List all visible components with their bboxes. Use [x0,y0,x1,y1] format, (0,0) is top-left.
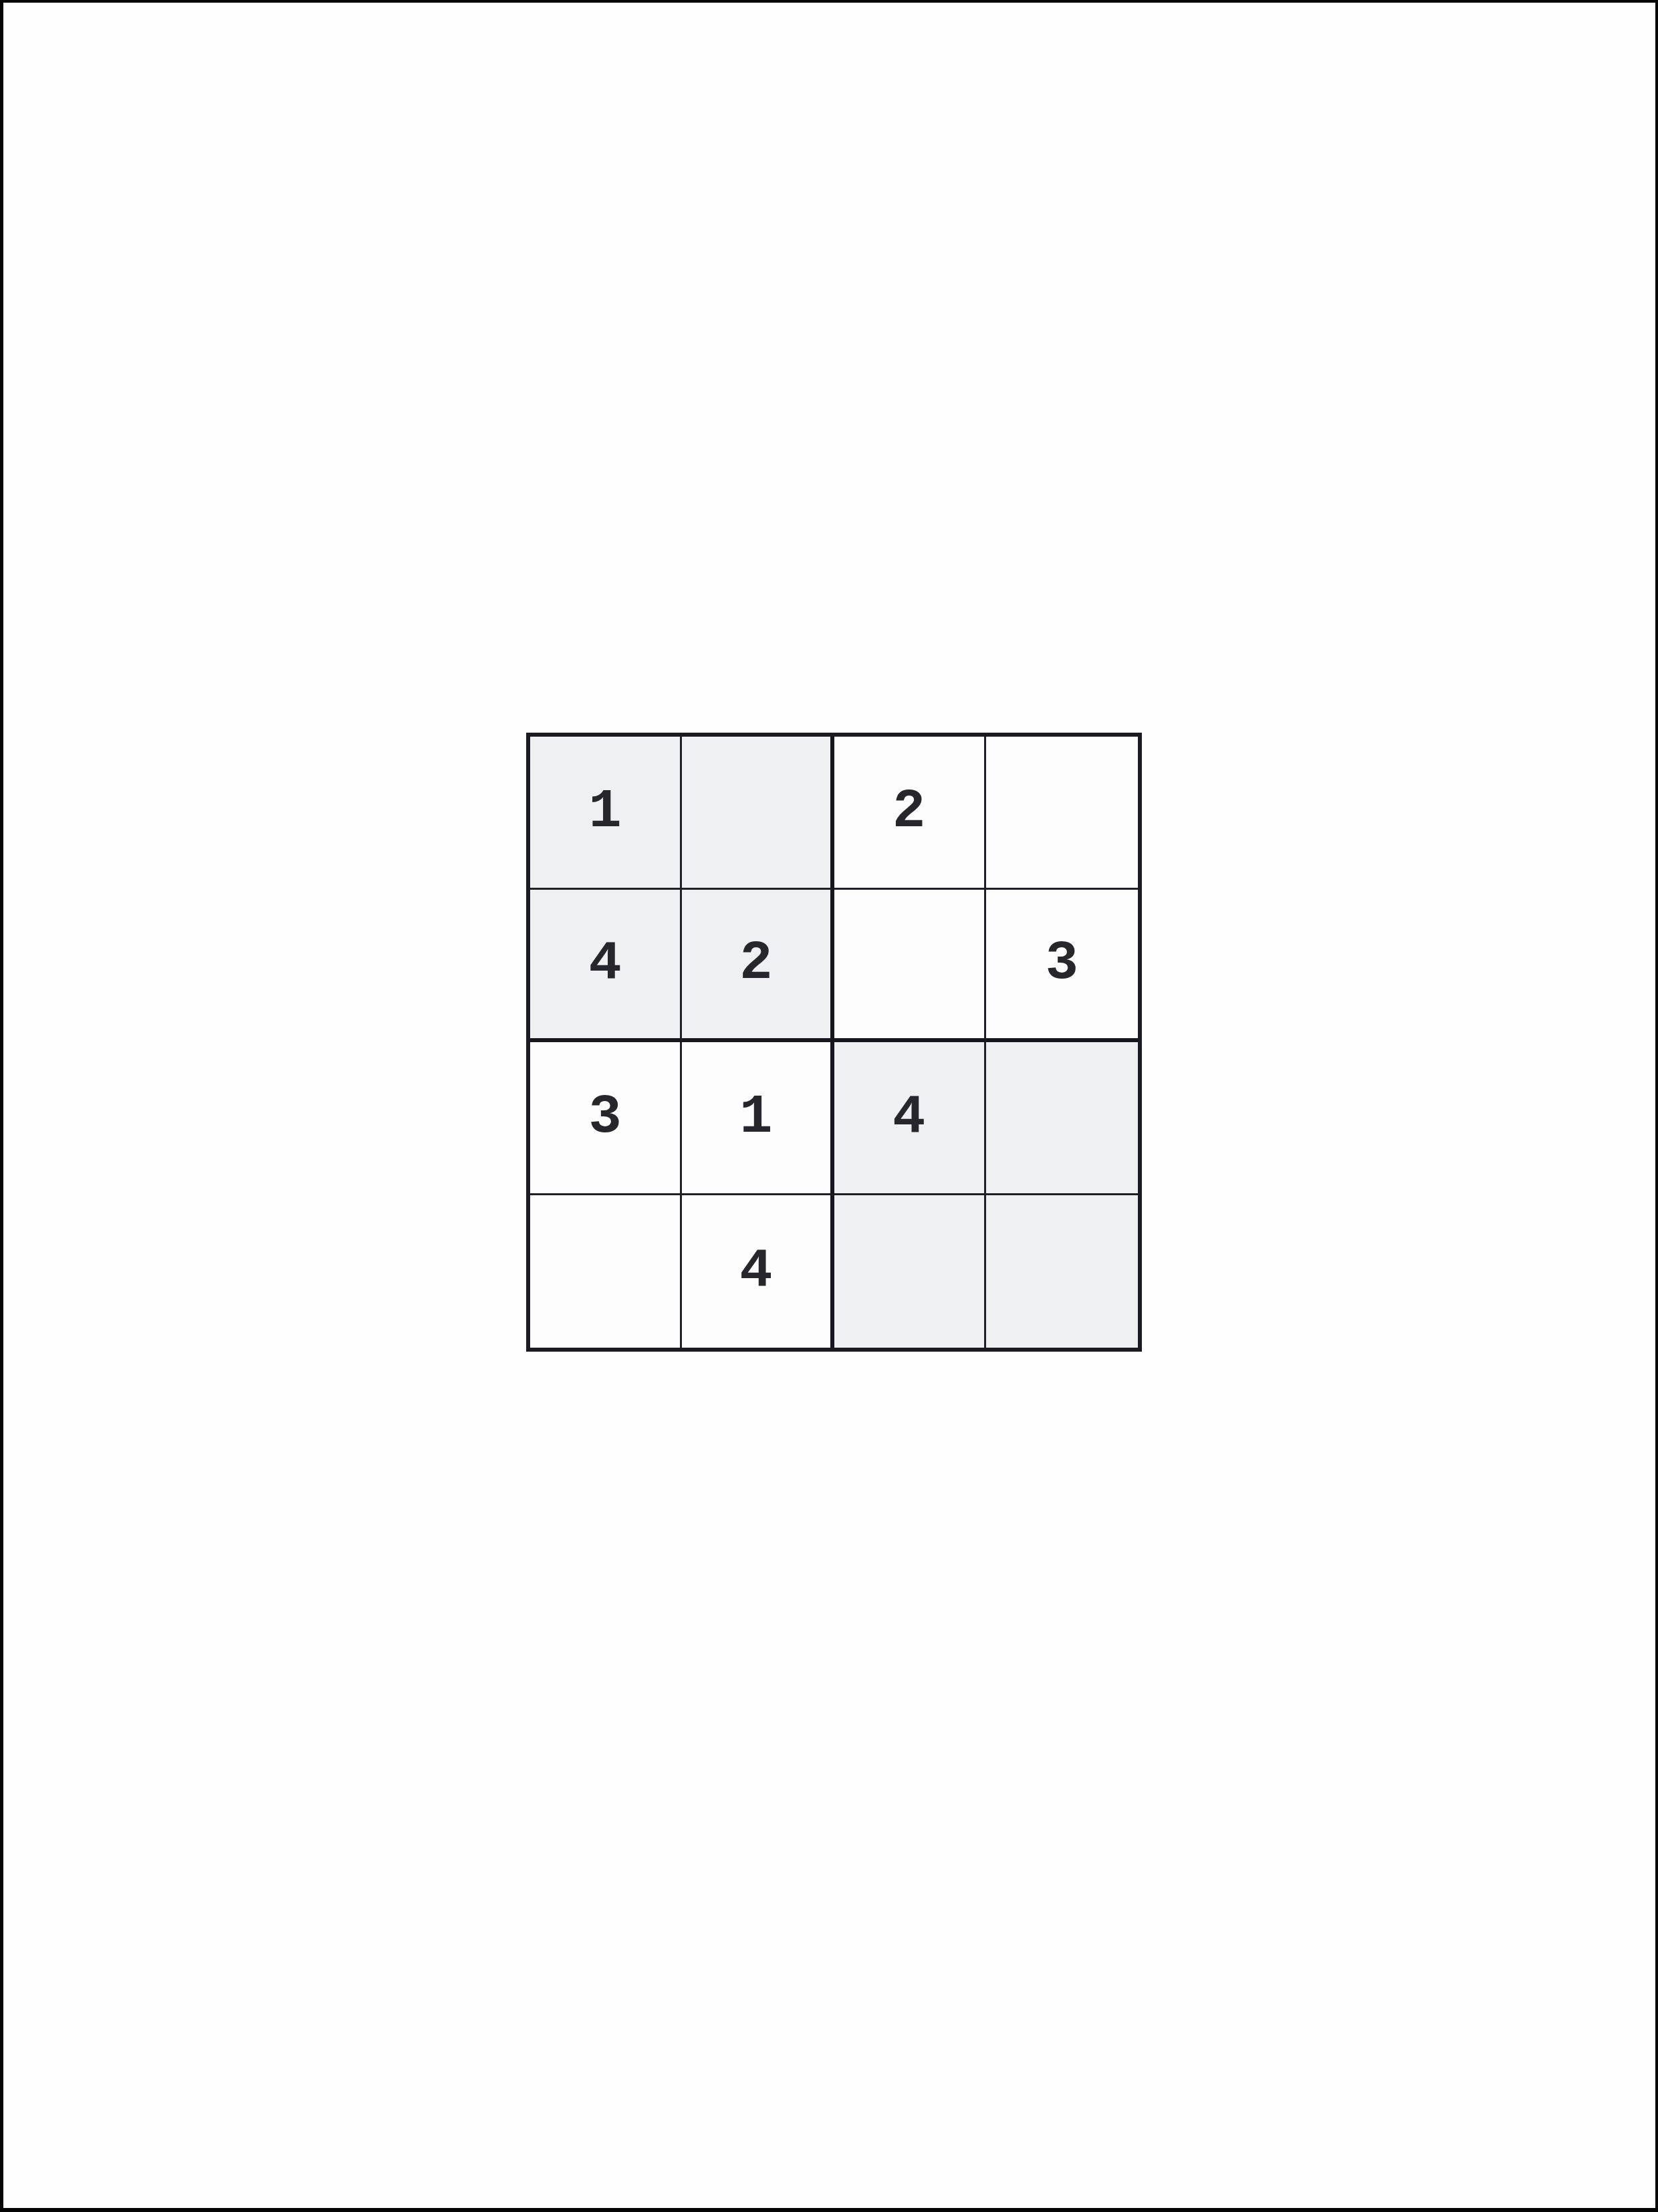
sudoku-cell-given: 4 [834,1042,986,1195]
sudoku-cell-empty[interactable] [986,1195,1138,1348]
sudoku-cell-empty[interactable] [986,1042,1138,1195]
sudoku-cell-given: 3 [986,890,1138,1043]
sudoku-cell-given: 2 [682,890,834,1043]
sudoku-cell-empty[interactable] [682,737,834,890]
sudoku-board: 124233144 [526,733,1142,1352]
sudoku-cell-empty[interactable] [530,1195,682,1348]
sudoku-cell-empty[interactable] [986,737,1138,890]
sudoku-cell-empty[interactable] [834,890,986,1043]
sudoku-cell-given: 1 [682,1042,834,1195]
worksheet-page: 124233144 [0,0,1658,2212]
sudoku-cell-given: 1 [530,737,682,890]
sudoku-cell-given: 3 [530,1042,682,1195]
sudoku-cell-empty[interactable] [834,1195,986,1348]
sudoku-cell-given: 4 [530,890,682,1043]
sudoku-cell-given: 2 [834,737,986,890]
sudoku-cell-given: 4 [682,1195,834,1348]
